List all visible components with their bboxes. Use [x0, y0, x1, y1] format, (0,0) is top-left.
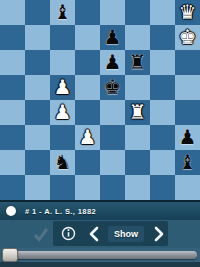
square-e2[interactable]: [100, 150, 125, 175]
piece-black-knight[interactable]: ♞: [50, 150, 75, 175]
square-g4[interactable]: [150, 100, 175, 125]
square-b4[interactable]: [25, 100, 50, 125]
square-f7[interactable]: [125, 25, 150, 50]
piece-black-pawn[interactable]: ♟: [175, 125, 200, 150]
square-a8[interactable]: [0, 0, 25, 25]
square-a1[interactable]: [0, 175, 25, 200]
square-b3[interactable]: [25, 125, 50, 150]
square-d3[interactable]: ♟: [75, 125, 100, 150]
square-g1[interactable]: [150, 175, 175, 200]
square-h6[interactable]: [175, 50, 200, 75]
prev-chevron-icon[interactable]: [88, 226, 100, 242]
square-a5[interactable]: [0, 75, 25, 100]
square-g3[interactable]: [150, 125, 175, 150]
square-d4[interactable]: [75, 100, 100, 125]
piece-white-queen[interactable]: ♛: [175, 0, 200, 25]
square-d8[interactable]: [75, 0, 100, 25]
square-d2[interactable]: [75, 150, 100, 175]
show-button[interactable]: Show: [108, 226, 144, 242]
square-c7[interactable]: [50, 25, 75, 50]
square-e8[interactable]: [100, 0, 125, 25]
square-g6[interactable]: [150, 50, 175, 75]
square-c3[interactable]: [50, 125, 75, 150]
square-f1[interactable]: [125, 175, 150, 200]
info-icon[interactable]: [61, 226, 76, 241]
square-e1[interactable]: [100, 175, 125, 200]
square-b7[interactable]: [25, 25, 50, 50]
square-b6[interactable]: [25, 50, 50, 75]
piece-black-bishop[interactable]: ♝: [175, 150, 200, 175]
move-slider: [0, 248, 200, 262]
square-f8[interactable]: [125, 0, 150, 25]
square-g5[interactable]: [150, 75, 175, 100]
square-h2[interactable]: ♝: [175, 150, 200, 175]
side-to-move-dot-icon: [6, 206, 16, 216]
square-d7[interactable]: [75, 25, 100, 50]
piece-white-king[interactable]: ♚: [175, 25, 200, 50]
next-chevron-icon[interactable]: [153, 226, 165, 242]
square-b8[interactable]: [25, 0, 50, 25]
square-h3[interactable]: ♟: [175, 125, 200, 150]
piece-black-pawn[interactable]: ♟: [100, 25, 125, 50]
square-h5[interactable]: [175, 75, 200, 100]
piece-black-king[interactable]: ♚: [100, 75, 125, 100]
bottom-strip: [0, 262, 200, 267]
square-f4[interactable]: ♜: [125, 100, 150, 125]
piece-white-pawn[interactable]: ♟: [75, 125, 100, 150]
piece-white-pawn[interactable]: ♟: [50, 75, 75, 100]
square-c1[interactable]: [50, 175, 75, 200]
square-h8[interactable]: ♛: [175, 0, 200, 25]
chess-puzzle-app: ♝♛♟♚♟♜♟♚♟♜♟♟♞♝ # 1 - A. L. S., 1882: [0, 0, 200, 267]
square-b5[interactable]: [25, 75, 50, 100]
square-c5[interactable]: ♟: [50, 75, 75, 100]
slider-track[interactable]: [2, 251, 197, 259]
square-g7[interactable]: [150, 25, 175, 50]
square-e4[interactable]: [100, 100, 125, 125]
square-f6[interactable]: ♜: [125, 50, 150, 75]
square-a7[interactable]: [0, 25, 25, 50]
square-f2[interactable]: [125, 150, 150, 175]
square-c8[interactable]: ♝: [50, 0, 75, 25]
square-g8[interactable]: [150, 0, 175, 25]
puzzle-caption: # 1 - A. L. S., 1882: [25, 207, 96, 216]
square-d1[interactable]: [75, 175, 100, 200]
piece-black-bishop[interactable]: ♝: [50, 0, 75, 25]
square-h7[interactable]: ♚: [175, 25, 200, 50]
square-c2[interactable]: ♞: [50, 150, 75, 175]
caption-bar: # 1 - A. L. S., 1882: [0, 200, 200, 220]
square-d5[interactable]: [75, 75, 100, 100]
square-f5[interactable]: [125, 75, 150, 100]
square-f3[interactable]: [125, 125, 150, 150]
square-d6[interactable]: [75, 50, 100, 75]
piece-white-pawn[interactable]: ♟: [50, 100, 75, 125]
square-a2[interactable]: [0, 150, 25, 175]
square-a3[interactable]: [0, 125, 25, 150]
toolbar: Show: [0, 220, 200, 248]
square-e3[interactable]: [100, 125, 125, 150]
toolbar-panel: Show: [53, 221, 168, 246]
square-b2[interactable]: [25, 150, 50, 175]
piece-black-pawn[interactable]: ♟: [100, 50, 125, 75]
square-h1[interactable]: [175, 175, 200, 200]
square-a6[interactable]: [0, 50, 25, 75]
square-a4[interactable]: [0, 100, 25, 125]
slider-thumb[interactable]: [2, 248, 18, 262]
piece-white-rook[interactable]: ♜: [125, 100, 150, 125]
square-g2[interactable]: [150, 150, 175, 175]
chess-board: ♝♛♟♚♟♜♟♚♟♜♟♟♞♝: [0, 0, 200, 200]
check-icon[interactable]: [32, 225, 50, 243]
piece-black-rook[interactable]: ♜: [125, 50, 150, 75]
square-e6[interactable]: ♟: [100, 50, 125, 75]
square-c6[interactable]: [50, 50, 75, 75]
square-e5[interactable]: ♚: [100, 75, 125, 100]
square-e7[interactable]: ♟: [100, 25, 125, 50]
square-h4[interactable]: [175, 100, 200, 125]
square-b1[interactable]: [25, 175, 50, 200]
square-c4[interactable]: ♟: [50, 100, 75, 125]
